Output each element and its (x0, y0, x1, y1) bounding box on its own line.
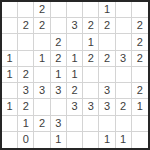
cell-r5c1[interactable]: 1 (2, 67, 18, 83)
cell-r4c2[interactable] (18, 51, 34, 67)
cell-r5c2[interactable]: 2 (18, 67, 34, 83)
cell-r4c6[interactable]: 2 (83, 51, 99, 67)
cell-r4c3[interactable]: 1 (34, 51, 50, 67)
cell-r7c3[interactable] (34, 99, 50, 115)
cell-r9c6[interactable] (83, 132, 99, 148)
cell-r7c2[interactable]: 2 (18, 99, 34, 115)
cell-r1c6[interactable] (83, 2, 99, 18)
cell-r3c7[interactable] (99, 34, 115, 50)
cell-r4c4[interactable]: 2 (51, 51, 67, 67)
cell-r5c6[interactable] (83, 67, 99, 83)
cell-r1c9[interactable] (132, 2, 148, 18)
cell-r4c5[interactable]: 1 (67, 51, 83, 67)
cell-r3c1[interactable] (2, 34, 18, 50)
cell-r7c4[interactable] (51, 99, 67, 115)
cell-r9c9[interactable] (132, 132, 148, 148)
cell-r4c9[interactable]: 2 (132, 51, 148, 67)
cell-r5c4[interactable]: 1 (51, 67, 67, 83)
cell-r9c8[interactable]: 1 (116, 132, 132, 148)
cell-r8c5[interactable] (67, 116, 83, 132)
cell-r2c9[interactable]: 2 (132, 18, 148, 34)
cell-r3c9[interactable]: 2 (132, 34, 148, 50)
cell-r2c6[interactable]: 2 (83, 18, 99, 34)
cell-r8c7[interactable] (99, 116, 115, 132)
cell-r3c4[interactable]: 2 (51, 34, 67, 50)
cell-r7c7[interactable]: 3 (99, 99, 115, 115)
cell-r4c1[interactable]: 1 (2, 51, 18, 67)
cell-r3c5[interactable] (67, 34, 83, 50)
cell-r2c1[interactable] (2, 18, 18, 34)
cell-r7c8[interactable]: 2 (116, 99, 132, 115)
cell-r8c1[interactable] (2, 116, 18, 132)
cell-r5c8[interactable] (116, 67, 132, 83)
cell-r1c4[interactable] (51, 2, 67, 18)
cell-r6c1[interactable] (2, 83, 18, 99)
cell-r6c9[interactable]: 2 (132, 83, 148, 99)
cell-r8c4[interactable]: 3 (51, 116, 67, 132)
cell-r2c5[interactable]: 3 (67, 18, 83, 34)
cell-r8c6[interactable] (83, 116, 99, 132)
cell-r9c3[interactable] (34, 132, 50, 148)
cell-r3c3[interactable] (34, 34, 50, 50)
cell-r6c5[interactable]: 2 (67, 83, 83, 99)
cell-r6c3[interactable]: 3 (34, 83, 50, 99)
cell-r5c9[interactable] (132, 67, 148, 83)
cell-r2c4[interactable] (51, 18, 67, 34)
cell-r1c7[interactable]: 1 (99, 2, 115, 18)
cell-r9c5[interactable] (67, 132, 83, 148)
cell-r1c1[interactable] (2, 2, 18, 18)
cell-r8c8[interactable] (116, 116, 132, 132)
cell-r1c8[interactable] (116, 2, 132, 18)
cell-r2c7[interactable]: 2 (99, 18, 115, 34)
cell-r9c4[interactable]: 1 (51, 132, 67, 148)
cell-r1c3[interactable]: 2 (34, 2, 50, 18)
cell-r9c7[interactable]: 1 (99, 132, 115, 148)
cell-r4c8[interactable]: 3 (116, 51, 132, 67)
cell-r3c2[interactable] (18, 34, 34, 50)
slitherlink-board: 2122322221211212232121133323212333211230… (0, 0, 150, 150)
cell-r7c9[interactable]: 1 (132, 99, 148, 115)
cell-r7c6[interactable]: 3 (83, 99, 99, 115)
cell-r3c6[interactable]: 1 (83, 34, 99, 50)
cell-r8c9[interactable] (132, 116, 148, 132)
cell-r2c8[interactable] (116, 18, 132, 34)
cell-r6c6[interactable] (83, 83, 99, 99)
cell-r6c8[interactable] (116, 83, 132, 99)
cell-r6c4[interactable]: 3 (51, 83, 67, 99)
cell-r8c3[interactable]: 2 (34, 116, 50, 132)
cell-r5c5[interactable]: 1 (67, 67, 83, 83)
cell-r9c1[interactable] (2, 132, 18, 148)
cell-r3c8[interactable] (116, 34, 132, 50)
cell-r5c3[interactable] (34, 67, 50, 83)
cell-r7c1[interactable]: 1 (2, 99, 18, 115)
cell-r6c2[interactable]: 3 (18, 83, 34, 99)
cell-r4c7[interactable]: 2 (99, 51, 115, 67)
cell-r7c5[interactable]: 3 (67, 99, 83, 115)
cell-r2c3[interactable]: 2 (34, 18, 50, 34)
cell-r2c2[interactable]: 2 (18, 18, 34, 34)
cell-r9c2[interactable]: 0 (18, 132, 34, 148)
cell-r1c2[interactable] (18, 2, 34, 18)
cell-r5c7[interactable] (99, 67, 115, 83)
cell-r6c7[interactable]: 3 (99, 83, 115, 99)
cell-r1c5[interactable] (67, 2, 83, 18)
cell-r8c2[interactable]: 1 (18, 116, 34, 132)
